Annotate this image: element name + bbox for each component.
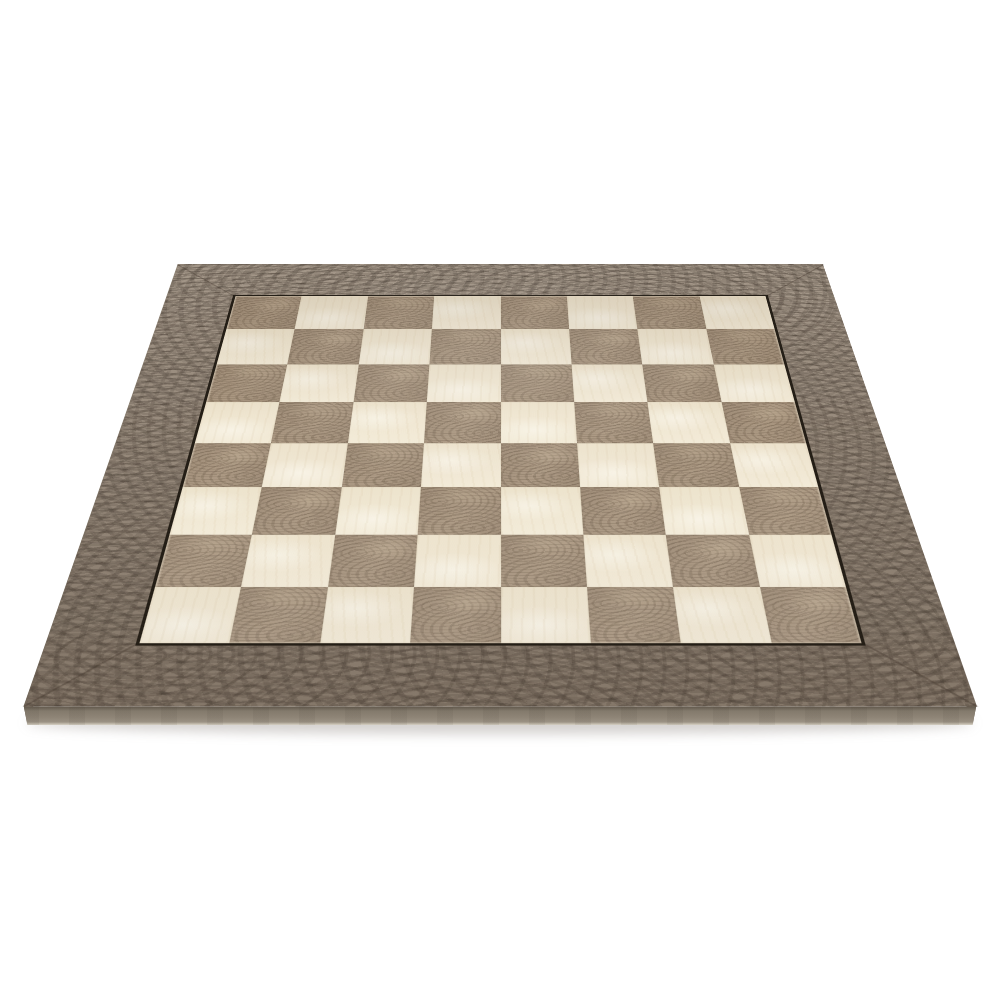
square (363, 296, 434, 329)
square (659, 487, 748, 535)
square (194, 402, 279, 443)
square (216, 329, 294, 364)
square (647, 402, 729, 443)
square (155, 535, 252, 587)
square (421, 443, 500, 487)
square (706, 329, 784, 364)
square (414, 535, 500, 587)
square (358, 329, 431, 364)
frame-miter-seam (764, 264, 823, 297)
square (500, 443, 579, 487)
frame-miter-seam (177, 264, 236, 297)
square (576, 443, 659, 487)
square (566, 296, 637, 329)
product-photo (0, 0, 1000, 1000)
square (713, 365, 794, 403)
square (206, 365, 287, 403)
square (579, 487, 665, 535)
square (759, 587, 861, 644)
square (139, 587, 241, 644)
square (500, 296, 569, 329)
square (241, 535, 335, 587)
square (500, 535, 586, 587)
square (500, 402, 576, 443)
board-playfield (135, 295, 866, 646)
square (500, 365, 574, 403)
square (653, 443, 739, 487)
square (500, 329, 571, 364)
square (347, 402, 426, 443)
square (729, 443, 818, 487)
square (294, 296, 367, 329)
square (699, 296, 774, 329)
square (431, 296, 500, 329)
square (226, 296, 301, 329)
square (642, 365, 721, 403)
square (637, 329, 713, 364)
square (424, 402, 500, 443)
square (673, 587, 771, 644)
chess-board (24, 264, 977, 707)
square (319, 587, 413, 644)
square (586, 587, 680, 644)
square (271, 402, 353, 443)
square (738, 487, 831, 535)
square (287, 329, 363, 364)
square (571, 365, 647, 403)
square (569, 329, 642, 364)
square (429, 329, 500, 364)
square (182, 443, 271, 487)
square (341, 443, 424, 487)
square (279, 365, 358, 403)
square (721, 402, 806, 443)
square (748, 535, 845, 587)
square (334, 487, 420, 535)
square (252, 487, 341, 535)
square (500, 587, 590, 644)
board-front-edge-face (23, 706, 977, 725)
frame-miter-seam (860, 641, 978, 707)
square (583, 535, 673, 587)
square (632, 296, 705, 329)
square (262, 443, 348, 487)
square (574, 402, 653, 443)
square (500, 487, 583, 535)
square (327, 535, 417, 587)
frame-miter-seam (23, 641, 141, 707)
square (417, 487, 500, 535)
square (666, 535, 760, 587)
square (169, 487, 262, 535)
square (410, 587, 500, 644)
square (353, 365, 429, 403)
board-grid (139, 296, 861, 643)
square (229, 587, 327, 644)
square (426, 365, 500, 403)
